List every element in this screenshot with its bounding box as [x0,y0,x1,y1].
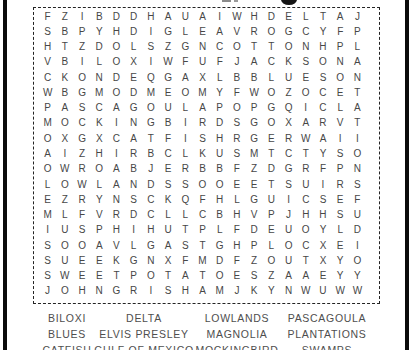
grid-cell: N [280,284,297,299]
grid-cell: B [211,207,228,222]
grid-cell: X [91,131,108,146]
grid-cell: S [194,131,211,146]
grid-cell: O [349,253,366,268]
grid-cell: W [297,131,314,146]
grid-cell: S [39,238,56,253]
grid-cell: P [73,24,90,39]
grid-cell: A [108,162,125,177]
grid-cell: Q [142,70,159,85]
grid-cell: G [246,192,263,207]
grid-cell: C [297,238,314,253]
grid-cell: A [108,101,125,116]
grid-cell: T [297,146,314,161]
grid-cell: F [177,253,194,268]
grid-cell: D [142,177,159,192]
grid-cell: N [297,40,314,55]
grid-cell: E [159,162,176,177]
grid-cell: L [177,207,194,222]
grid-cell: O [297,85,314,100]
grid-cell: E [125,70,142,85]
grid-cell: G [177,40,194,55]
grid-cell: L [159,207,176,222]
grid-cell: L [177,24,194,39]
grid-cell: M [194,85,211,100]
grid-cell: H [211,192,228,207]
grid-cell: Y [211,85,228,100]
grid-cell: Y [314,24,331,39]
word-search-puzzle-page: FZIBDDHAUAIWHDELTAJSBPYHDIGLEAVROGCYFPHT… [0,0,412,350]
grid-cell: E [263,131,280,146]
grid-cell: A [56,101,73,116]
grid-cell: G [159,70,176,85]
grid-cell: T [246,40,263,55]
grid-cell: W [159,55,176,70]
grid-cell: O [228,101,245,116]
grid-cell: A [297,268,314,283]
grid-cell: J [228,284,245,299]
grid-cell: G [142,116,159,131]
grid-cell: S [332,207,349,222]
grid-cell: G [246,116,263,131]
grid-cell: Y [314,223,331,238]
grid-cell: H [108,24,125,39]
grid-cell: L [228,192,245,207]
grid-cell: H [314,40,331,55]
grid-cell: I [332,131,349,146]
grid-cell: W [297,284,314,299]
grid-cell: F [332,24,349,39]
grid-cell: I [177,131,194,146]
grid-cell: G [263,101,280,116]
grid-cell: C [297,192,314,207]
grid-cell: V [108,238,125,253]
grid-cell: S [349,177,366,192]
word-list-item: BILOXI [42,311,91,327]
grid-cell: O [39,131,56,146]
grid-cell: I [108,146,125,161]
grid-cell: O [211,177,228,192]
grid-cell: P [246,101,263,116]
grid-cell: S [73,223,90,238]
grid-cell: X [56,131,73,146]
grid-cell: F [228,223,245,238]
grid-cell: O [211,268,228,283]
grid-cell: X [314,238,331,253]
grid-cell: J [142,162,159,177]
grid-cell: O [56,238,73,253]
grid-cell: A [349,101,366,116]
grid-cell: T [263,177,280,192]
grid-cell: H [73,284,90,299]
grid-cell: O [263,116,280,131]
grid-cell: F [349,192,366,207]
grid-cell: T [297,253,314,268]
grid-cell: S [228,146,245,161]
grid-cell: B [91,9,108,24]
cut-off-title-fragment [234,0,238,2]
grid-cell: G [211,238,228,253]
grid-cell: J [228,55,245,70]
grid-cell: W [228,9,245,24]
grid-cell: G [125,253,142,268]
grid-cell: S [228,116,245,131]
grid-cell: E [194,24,211,39]
grid-cell: D [246,223,263,238]
grid-cell: A [280,268,297,283]
grid-cell: Z [263,268,280,283]
word-list-item: CATFISH [42,343,91,350]
grid-cell: K [280,55,297,70]
grid-cell: X [194,70,211,85]
grid-cell: E [263,223,280,238]
grid-cell: A [177,268,194,283]
grid-cell: V [91,207,108,222]
grid-cell: G [280,162,297,177]
grid-cell: Z [246,253,263,268]
grid-cell: O [73,70,90,85]
grid-cell: P [194,223,211,238]
grid-cell: H [246,9,263,24]
grid-cell: Q [280,101,297,116]
grid-cell: O [39,162,56,177]
grid-cell: P [332,40,349,55]
grid-cell: S [39,24,56,39]
grid-cell: T [56,40,73,55]
grid-cell: F [211,55,228,70]
grid-cell: S [314,192,331,207]
grid-cell: O [56,116,73,131]
grid-cell: P [332,162,349,177]
word-list-item: BLUES [42,327,91,343]
grid-cell: P [211,101,228,116]
grid-cell: R [297,162,314,177]
grid-cell: F [228,253,245,268]
grid-cell: N [108,192,125,207]
grid-cell: K [56,70,73,85]
grid-cell: F [39,9,56,24]
grid-cell: Y [332,268,349,283]
grid-cell: L [125,238,142,253]
grid-cell: I [142,55,159,70]
grid-cell: A [194,284,211,299]
grid-cell: T [194,238,211,253]
grid-cell: Y [263,284,280,299]
grid-cell: O [280,238,297,253]
grid-cell: E [73,268,90,283]
grid-cell: I [108,116,125,131]
grid-cell: X [125,55,142,70]
grid-cell: B [125,162,142,177]
grid-cell: R [125,146,142,161]
grid-cell: G [280,24,297,39]
right-border-bar [405,0,409,350]
grid-cell: C [108,131,125,146]
grid-cell: O [108,55,125,70]
left-border-bar [3,0,7,350]
grid-cell: D [125,207,142,222]
grid-cell: F [228,85,245,100]
grid-cell: Z [56,192,73,207]
grid-cell: U [263,192,280,207]
grid-cell: B [246,70,263,85]
grid-cell: D [125,9,142,24]
grid-cell: P [349,24,366,39]
grid-cell: L [91,55,108,70]
grid-cell: T [177,223,194,238]
word-list: BILOXIBLUESCATFISHDELTAELVIS PRESLEYGULF… [0,311,412,350]
grid-cell: C [297,24,314,39]
grid-cell: W [56,268,73,283]
grid-cell: T [263,40,280,55]
grid-cell: V [246,207,263,222]
grid-cell: E [91,268,108,283]
grid-cell: D [263,9,280,24]
grid-cell: E [39,192,56,207]
grid-cell: U [177,9,194,24]
grid-cell: G [142,238,159,253]
grid-cell: E [314,268,331,283]
word-list-item: LOWLANDS [196,311,279,327]
grid-cell: F [314,162,331,177]
grid-cell: O [142,101,159,116]
grid-cell: N [142,253,159,268]
grid-cell: V [39,55,56,70]
grid-cell: H [108,223,125,238]
grid-cell: A [159,238,176,253]
grid-cell: O [194,177,211,192]
grid-cell: O [280,40,297,55]
grid-cell: Y [314,146,331,161]
grid-cell: R [73,192,90,207]
grid-cell: I [125,223,142,238]
cut-off-title-fragment [222,0,231,2]
grid-cell: N [125,116,142,131]
grid-cell: O [56,177,73,192]
grid-cell: L [56,207,73,222]
grid-cell: E [159,85,176,100]
grid-cell: X [314,253,331,268]
grid-cell: Z [246,162,263,177]
grid-cell: E [228,268,245,283]
grid-cell: L [91,177,108,192]
grid-cell: M [39,116,56,131]
grid-cell: A [125,131,142,146]
grid-cell: O [349,146,366,161]
grid-cell: O [332,70,349,85]
grid-cell: P [39,101,56,116]
grid-cell: A [91,238,108,253]
letter-grid: FZIBDDHAUAIWHDELTAJSBPYHDIGLEAVROGCYFPHT… [39,9,366,299]
grid-cell: N [349,162,366,177]
grid-cell: U [314,284,331,299]
grid-cell: Y [91,24,108,39]
grid-cell: I [297,101,314,116]
grid-cell: R [73,162,90,177]
grid-cell: K [159,192,176,207]
grid-cell: W [73,177,90,192]
grid-cell: B [56,55,73,70]
grid-cell: B [56,24,73,39]
grid-cell: U [349,207,366,222]
grid-cell: U [194,55,211,70]
grid-cell: T [108,268,125,283]
grid-cell: D [125,85,142,100]
grid-cell: F [228,162,245,177]
grid-cell: R [314,116,331,131]
grid-cell: S [297,55,314,70]
grid-cell: H [142,223,159,238]
grid-cell: F [177,55,194,70]
grid-cell: A [159,9,176,24]
grid-cell: L [211,70,228,85]
grid-cell: O [297,223,314,238]
grid-cell: F [194,192,211,207]
grid-cell: Y [349,268,366,283]
grid-cell: S [73,101,90,116]
word-list-column: PASCAGOULAPLANTATIONSSWAMPS [287,311,366,350]
grid-cell: O [142,268,159,283]
word-list-item: MAGNOLIA [196,327,279,343]
grid-cell: S [125,192,142,207]
grid-cell: O [91,162,108,177]
grid-cell: S [159,284,176,299]
grid-cell: D [211,116,228,131]
grid-cell: T [349,85,366,100]
grid-cell: A [332,9,349,24]
grid-cell: M [142,85,159,100]
grid-cell: W [349,284,366,299]
grid-cell: U [159,223,176,238]
grid-cell: P [125,268,142,283]
grid-cell: E [91,253,108,268]
grid-cell: Y [91,192,108,207]
grid-cell: S [159,177,176,192]
grid-cell: R [108,207,125,222]
word-list-item: PASCAGOULA [287,311,366,327]
grid-cell: M [39,207,56,222]
grid-cell: R [228,131,245,146]
grid-cell: K [246,284,263,299]
grid-cell: H [91,146,108,161]
grid-cell: C [280,146,297,161]
grid-cell: D [263,162,280,177]
grid-cell: I [39,223,56,238]
grid-cell: G [159,24,176,39]
grid-cell: H [177,284,194,299]
word-list-item: GULF OF MEXICO [94,343,194,350]
word-list-column: DELTAELVIS PRESLEYGULF OF MEXICO [94,311,194,350]
grid-cell: L [211,223,228,238]
grid-cell: L [177,146,194,161]
grid-cell: B [159,116,176,131]
grid-cell: S [142,40,159,55]
grid-cell: I [349,131,366,146]
grid-cell: O [263,24,280,39]
grid-cell: C [39,70,56,85]
grid-cell: O [73,238,90,253]
grid-cell: W [39,85,56,100]
grid-cell: X [159,253,176,268]
grid-cell: N [125,177,142,192]
grid-cell: P [246,238,263,253]
grid-cell: I [73,9,90,24]
grid-cell: U [297,177,314,192]
grid-cell: I [280,192,297,207]
grid-cell: C [142,192,159,207]
cut-off-title-fragment [281,0,297,5]
grid-cell: L [263,70,280,85]
grid-cell: S [280,177,297,192]
grid-cell: C [314,101,331,116]
grid-cell: A [108,177,125,192]
grid-cell: D [91,40,108,55]
grid-cell: R [125,284,142,299]
grid-cell: E [246,177,263,192]
grid-cell: E [332,238,349,253]
grid-cell: V [228,24,245,39]
grid-cell: K [108,253,125,268]
grid-cell: P [263,207,280,222]
grid-cell: S [332,146,349,161]
grid-cell: L [297,9,314,24]
grid-cell: L [125,40,142,55]
grid-cell: Y [332,253,349,268]
grid-cell: Q [177,192,194,207]
grid-cell: I [211,9,228,24]
grid-cell: H [39,40,56,55]
word-list-item: ELVIS PRESLEY [94,327,194,343]
grid-cell: R [177,162,194,177]
grid-cell: G [73,85,90,100]
grid-cell: M [246,146,263,161]
word-list-item: MOCKINGBIRD [196,343,279,350]
grid-cell: C [91,101,108,116]
grid-cell: S [39,268,56,283]
grid-cell: A [314,131,331,146]
grid-cell: T [159,268,176,283]
grid-cell: Z [73,146,90,161]
grid-cell: I [142,24,159,39]
grid-cell: E [73,253,90,268]
grid-cell: S [39,253,56,268]
grid-cell: G [108,284,125,299]
grid-cell: M [211,284,228,299]
grid-cell: L [39,177,56,192]
grid-cell: S [177,177,194,192]
grid-cell: D [125,24,142,39]
grid-cell: U [56,223,73,238]
grid-cell: H [211,131,228,146]
grid-cell: T [314,9,331,24]
grid-cell: J [39,284,56,299]
grid-cell: O [56,284,73,299]
grid-cell: D [211,253,228,268]
grid-cell: Z [159,40,176,55]
grid-cell: U [280,253,297,268]
grid-cell: I [73,55,90,70]
grid-cell: N [91,70,108,85]
grid-cell: S [246,268,263,283]
grid-cell: H [314,207,331,222]
grid-cell: I [142,284,159,299]
grid-cell: Z [73,40,90,55]
grid-cell: F [159,131,176,146]
grid-cell: L [332,101,349,116]
grid-cell: S [314,70,331,85]
grid-cell: A [211,24,228,39]
grid-cell: H [228,238,245,253]
grid-cell: O [263,253,280,268]
